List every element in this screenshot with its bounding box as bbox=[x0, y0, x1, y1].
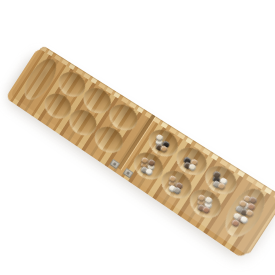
hinge-screw-icon bbox=[126, 171, 130, 175]
hinge-screw-icon bbox=[113, 162, 117, 166]
mancala-board bbox=[10, 45, 275, 256]
hinge-plate-icon bbox=[123, 168, 134, 179]
product-photo-canvas bbox=[0, 0, 275, 275]
pebble-white bbox=[239, 215, 249, 225]
